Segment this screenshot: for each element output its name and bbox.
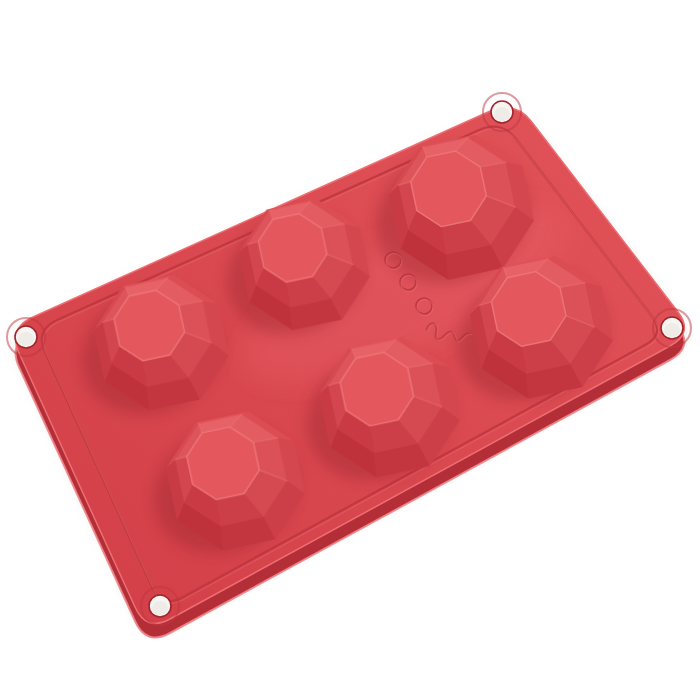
hole-inner-shade	[152, 601, 168, 615]
silicone-mold-illustration	[0, 0, 700, 700]
hole-inner-shade	[494, 107, 510, 121]
hole-inner-shade	[664, 323, 680, 337]
hole-inner-shade	[18, 332, 34, 346]
product-photo	[0, 0, 700, 700]
